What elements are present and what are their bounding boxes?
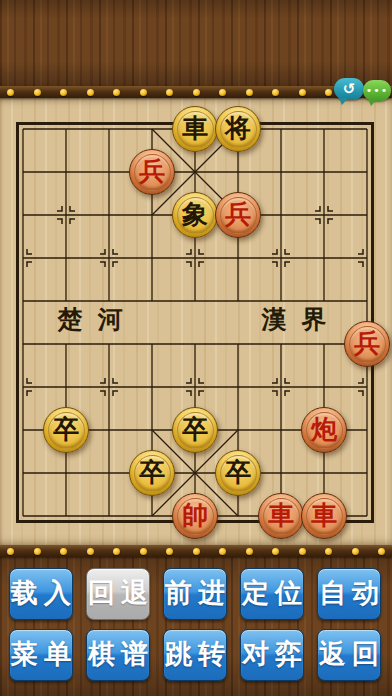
gold-stud xyxy=(87,89,94,96)
locate-button[interactable]: 定位 xyxy=(240,568,304,620)
piece-glyph: 卒 xyxy=(53,416,79,442)
gold-stud xyxy=(352,548,359,555)
chat-bubble-button[interactable]: ••• xyxy=(363,80,391,101)
gold-stud xyxy=(34,89,41,96)
restart-arrow-icon: ↺ xyxy=(343,80,356,98)
gold-stud xyxy=(325,89,332,96)
gold-stud xyxy=(7,89,14,96)
piece-face: 卒 xyxy=(134,455,171,492)
bubble-tail xyxy=(339,98,348,105)
auto-button[interactable]: 自动 xyxy=(317,568,381,620)
gold-stud xyxy=(219,89,226,96)
piece-glyph: 卒 xyxy=(225,459,251,485)
piece-glyph: 車 xyxy=(182,115,208,141)
piece-face: 炮 xyxy=(306,412,343,449)
piece-glyph: 象 xyxy=(182,201,208,227)
forward-button[interactable]: 前进 xyxy=(163,568,227,620)
gold-stud xyxy=(34,548,41,555)
back-button[interactable]: 返回 xyxy=(317,629,381,681)
piece-glyph: 将 xyxy=(225,115,251,141)
chat-dots-icon: ••• xyxy=(366,84,388,97)
gold-stud xyxy=(272,89,279,96)
piece-glyph: 車 xyxy=(268,502,294,528)
load-button[interactable]: 载入 xyxy=(9,568,73,620)
record-button[interactable]: 棋谱 xyxy=(86,629,150,681)
gold-stud xyxy=(272,548,279,555)
piece-face: 象 xyxy=(177,197,214,234)
piece-black-soldier[interactable]: 卒 xyxy=(172,407,218,453)
play-button[interactable]: 对弈 xyxy=(240,629,304,681)
piece-face: 帥 xyxy=(177,498,214,535)
gold-stud xyxy=(325,548,332,555)
gold-stud xyxy=(299,89,306,96)
piece-red-chariot[interactable]: 車 xyxy=(258,493,304,539)
piece-face: 兵 xyxy=(349,326,386,363)
piece-red-chariot[interactable]: 車 xyxy=(301,493,347,539)
gold-stud xyxy=(193,548,200,555)
piece-glyph: 帥 xyxy=(182,502,208,528)
piece-black-chariot[interactable]: 車 xyxy=(172,106,218,152)
piece-face: 兵 xyxy=(220,197,257,234)
app-screen: ↺ ••• 楚河 漢界 車将兵象兵兵卒卒炮卒卒帥車車 载入回退前进定位自动 菜单… xyxy=(0,0,392,696)
piece-red-cannon[interactable]: 炮 xyxy=(301,407,347,453)
piece-face: 車 xyxy=(177,111,214,148)
piece-face: 卒 xyxy=(48,412,85,449)
piece-black-soldier[interactable]: 卒 xyxy=(129,450,175,496)
toolbar-row-2: 菜单棋谱跳转对弈返回 xyxy=(9,629,383,681)
gold-stud xyxy=(60,89,67,96)
gold-stud xyxy=(166,89,173,96)
gold-stud xyxy=(113,548,120,555)
gold-stud xyxy=(140,548,147,555)
gold-stud xyxy=(246,548,253,555)
undo-bubble-button[interactable]: ↺ xyxy=(334,78,364,100)
board-piece-grid: 車将兵象兵兵卒卒炮卒卒帥車車 xyxy=(2,108,389,538)
piece-black-general[interactable]: 将 xyxy=(215,106,261,152)
piece-black-elephant[interactable]: 象 xyxy=(172,192,218,238)
piece-glyph: 卒 xyxy=(182,416,208,442)
menu-button[interactable]: 菜单 xyxy=(9,629,73,681)
gold-stud xyxy=(140,89,147,96)
bubble-tail xyxy=(368,99,377,106)
piece-face: 兵 xyxy=(134,154,171,191)
gold-stud xyxy=(60,548,67,555)
piece-face: 車 xyxy=(263,498,300,535)
piece-glyph: 炮 xyxy=(311,416,337,442)
toolbar-row-1: 载入回退前进定位自动 xyxy=(9,568,383,620)
gold-stud xyxy=(219,548,226,555)
gold-stud xyxy=(7,548,14,555)
piece-glyph: 卒 xyxy=(139,459,165,485)
piece-black-soldier[interactable]: 卒 xyxy=(215,450,261,496)
piece-face: 卒 xyxy=(177,412,214,449)
piece-red-soldier[interactable]: 兵 xyxy=(129,149,175,195)
piece-glyph: 兵 xyxy=(354,330,380,356)
piece-face: 卒 xyxy=(220,455,257,492)
gold-stud xyxy=(193,89,200,96)
gold-stud xyxy=(299,548,306,555)
gold-stud xyxy=(87,548,94,555)
bottom-stud-rail xyxy=(0,545,392,557)
piece-face: 車 xyxy=(306,498,343,535)
piece-red-soldier[interactable]: 兵 xyxy=(215,192,261,238)
piece-red-soldier[interactable]: 兵 xyxy=(344,321,390,367)
gold-stud xyxy=(378,548,385,555)
piece-face: 将 xyxy=(220,111,257,148)
jump-button[interactable]: 跳转 xyxy=(163,629,227,681)
piece-black-soldier[interactable]: 卒 xyxy=(43,407,89,453)
piece-glyph: 車 xyxy=(311,502,337,528)
undo-button[interactable]: 回退 xyxy=(86,568,150,620)
gold-stud xyxy=(113,89,120,96)
piece-glyph: 兵 xyxy=(225,201,251,227)
xiangqi-board: 楚河 漢界 車将兵象兵兵卒卒炮卒卒帥車車 xyxy=(10,112,382,532)
gold-stud xyxy=(166,548,173,555)
piece-glyph: 兵 xyxy=(139,158,165,184)
top-wood-panel xyxy=(0,0,392,87)
piece-red-general[interactable]: 帥 xyxy=(172,493,218,539)
gold-stud xyxy=(246,89,253,96)
